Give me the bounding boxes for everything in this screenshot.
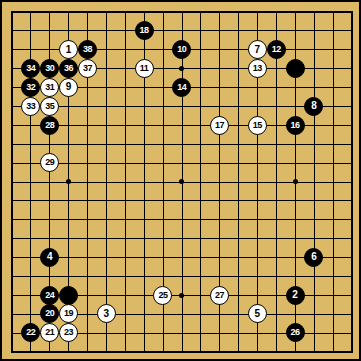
stone-white-move-29: 29: [40, 153, 59, 172]
stone-white-move-3: 3: [97, 304, 116, 323]
stone-white-move-23: 23: [59, 323, 78, 342]
stone-black-move-38: 38: [78, 40, 97, 59]
stone-white-move-25: 25: [153, 286, 172, 305]
stone-white-move-15: 15: [248, 116, 267, 135]
star-point: [66, 179, 71, 184]
stone-white-move-21: 21: [40, 323, 59, 342]
stone-black-move-12: 12: [267, 40, 286, 59]
stone-black-move-28: 28: [40, 116, 59, 135]
stone-black-move-34: 34: [21, 59, 40, 78]
stone-black-move-16: 16: [286, 116, 305, 135]
stone-black-move-20: 20: [40, 304, 59, 323]
stone-white-move-13: 13: [248, 59, 267, 78]
star-point: [293, 179, 298, 184]
stone-black-move-36: 36: [59, 59, 78, 78]
stone-white-move-35: 35: [40, 97, 59, 116]
stone-black-move-4: 4: [40, 248, 59, 267]
stone-white-move-37: 37: [78, 59, 97, 78]
stone-black-move-10: 10: [172, 40, 191, 59]
stone-black-move-6: 6: [304, 248, 323, 267]
stone-white-move-1: 1: [59, 40, 78, 59]
go-board-diagram: 1234567891011121314151617181920212223242…: [0, 0, 361, 361]
stone-black-move-14: 14: [172, 78, 191, 97]
stone-white-move-5: 5: [248, 304, 267, 323]
goban-grid: 1234567891011121314151617181920212223242…: [3, 3, 361, 361]
stone-black-move-26: 26: [286, 323, 305, 342]
handicap-stone-black: [59, 286, 78, 305]
stone-black-move-22: 22: [21, 323, 40, 342]
stone-black-move-2: 2: [286, 286, 305, 305]
stone-white-move-7: 7: [248, 40, 267, 59]
stone-black-move-8: 8: [304, 97, 323, 116]
star-point: [179, 66, 184, 71]
stone-white-move-31: 31: [40, 78, 59, 97]
handicap-stone-black: [286, 59, 305, 78]
stone-black-move-24: 24: [40, 286, 59, 305]
stone-white-move-17: 17: [210, 116, 229, 135]
stone-white-move-9: 9: [59, 78, 78, 97]
stone-black-move-30: 30: [40, 59, 59, 78]
stone-black-move-18: 18: [135, 21, 154, 40]
star-point: [179, 179, 184, 184]
stone-white-move-33: 33: [21, 97, 40, 116]
star-point: [179, 293, 184, 298]
stone-black-move-32: 32: [21, 78, 40, 97]
stone-white-move-27: 27: [210, 286, 229, 305]
stone-white-move-11: 11: [135, 59, 154, 78]
stone-white-move-19: 19: [59, 304, 78, 323]
